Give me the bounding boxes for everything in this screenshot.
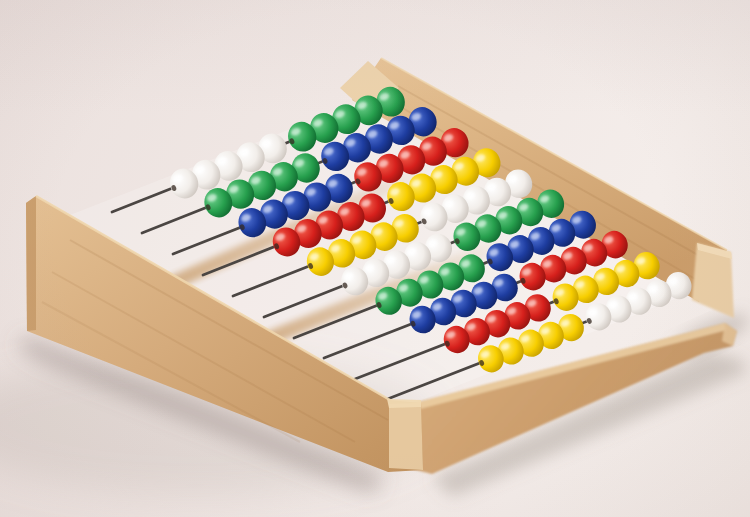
left-wedge-side-face (26, 196, 36, 331)
abacus-scene (0, 0, 750, 517)
abacus-photo (0, 0, 750, 517)
left-wedge-end-face (389, 403, 423, 470)
